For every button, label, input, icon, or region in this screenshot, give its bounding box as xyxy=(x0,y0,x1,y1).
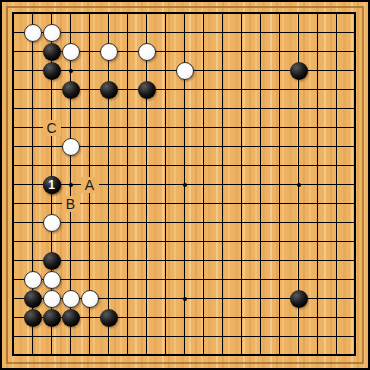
move-number-label: 1 xyxy=(48,179,55,191)
black-stone xyxy=(43,62,61,80)
grid-line-horizontal xyxy=(12,222,356,223)
black-stone xyxy=(43,252,61,270)
black-stone xyxy=(138,81,156,99)
black-stone xyxy=(290,62,308,80)
point-label-c[interactable]: C xyxy=(43,120,61,136)
grid-line-vertical xyxy=(336,12,337,356)
grid-line-vertical xyxy=(241,12,242,356)
grid-line-vertical xyxy=(203,12,204,356)
grid-line-vertical xyxy=(279,12,280,356)
white-stone xyxy=(43,271,61,289)
go-board[interactable]: 1ABC xyxy=(0,0,370,370)
white-stone xyxy=(24,271,42,289)
black-stone xyxy=(43,309,61,327)
black-stone-numbered: 1 xyxy=(43,176,61,194)
white-stone xyxy=(43,24,61,42)
white-stone xyxy=(62,138,80,156)
black-stone xyxy=(62,309,80,327)
grid-line-vertical xyxy=(222,12,223,356)
white-stone xyxy=(81,290,99,308)
black-stone xyxy=(24,290,42,308)
star-point xyxy=(69,69,73,73)
grid-line-horizontal xyxy=(12,279,356,280)
white-stone xyxy=(100,43,118,61)
white-stone xyxy=(62,290,80,308)
white-stone xyxy=(43,214,61,232)
black-stone xyxy=(100,81,118,99)
grid-line-horizontal xyxy=(12,354,356,356)
star-point xyxy=(297,183,301,187)
star-point xyxy=(183,183,187,187)
white-stone xyxy=(43,290,61,308)
white-stone xyxy=(62,43,80,61)
white-stone xyxy=(176,62,194,80)
star-point xyxy=(183,297,187,301)
black-stone xyxy=(62,81,80,99)
grid-line-vertical xyxy=(354,12,356,356)
white-stone xyxy=(138,43,156,61)
black-stone xyxy=(24,309,42,327)
black-stone xyxy=(100,309,118,327)
star-point xyxy=(69,183,73,187)
grid-line-horizontal xyxy=(12,241,356,242)
grid-line-vertical xyxy=(260,12,261,356)
grid-line-vertical xyxy=(317,12,318,356)
point-label-b[interactable]: B xyxy=(62,196,80,212)
black-stone xyxy=(290,290,308,308)
black-stone xyxy=(43,43,61,61)
grid-line-horizontal xyxy=(12,336,356,337)
white-stone xyxy=(24,24,42,42)
grid-line-horizontal xyxy=(12,260,356,261)
point-label-a[interactable]: A xyxy=(81,177,99,193)
